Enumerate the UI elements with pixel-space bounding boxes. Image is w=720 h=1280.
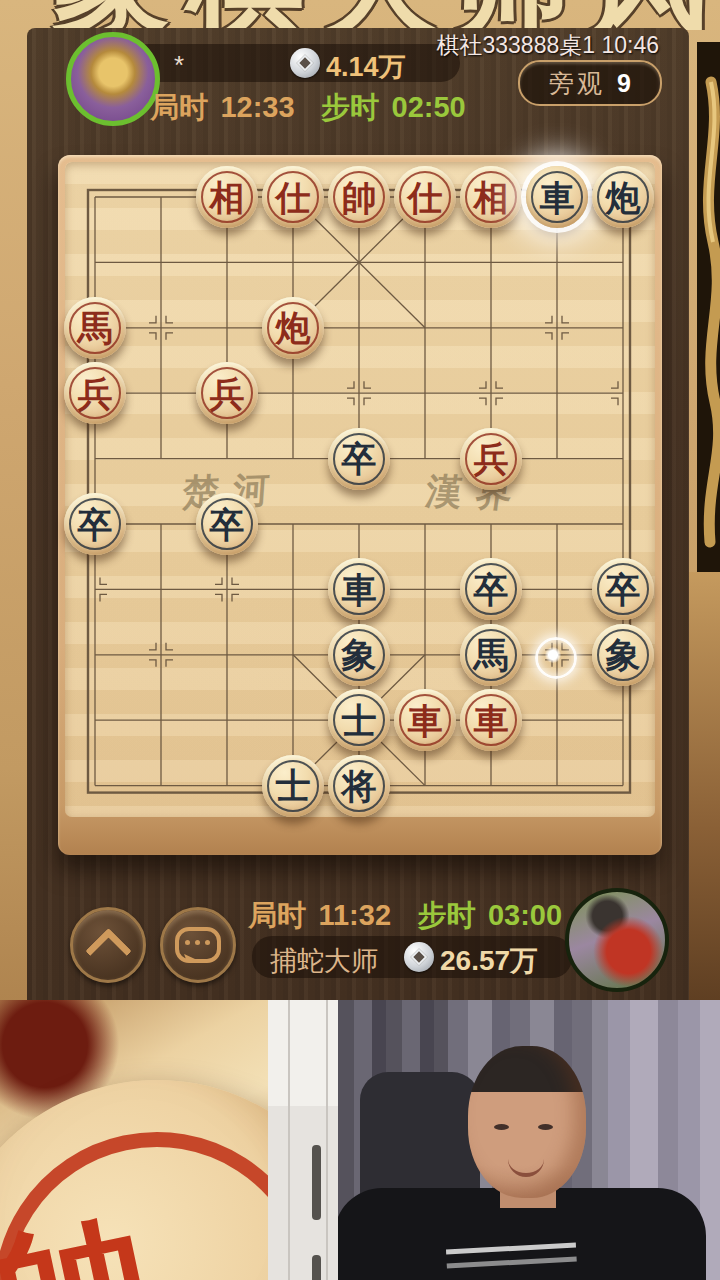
piece-black-卒-r5c2[interactable]: 卒 — [196, 493, 258, 555]
piece-red-馬-r2c0[interactable]: 馬 — [64, 297, 126, 359]
room-info: 棋社333888桌1 10:46 — [437, 30, 660, 61]
piece-red-帥-r0c4[interactable]: 帥 — [328, 166, 390, 228]
bottom-player-info-pill: 捕蛇大师 26.57万 — [252, 936, 572, 978]
piece-black-馬-r7c6[interactable]: 馬 — [460, 624, 522, 686]
bottom-move-time: 03:00 — [488, 899, 562, 931]
piece-black-炮-r0c8[interactable]: 炮 — [592, 166, 654, 228]
top-player-timers: 局时 12:33 步时 02:50 — [150, 88, 466, 128]
bottom-player-timers: 局时 11:32 步时 03:00 — [248, 896, 562, 936]
spectate-count: 9 — [617, 69, 631, 98]
coin-icon — [404, 942, 434, 972]
bottom-game-time-label: 局时 — [248, 899, 306, 931]
chat-button[interactable] — [160, 907, 236, 983]
piece-black-車-r0c7[interactable]: 車 — [526, 166, 588, 228]
top-move-time-label: 步时 — [321, 91, 379, 123]
wardrobe — [268, 1000, 338, 1280]
title-banner: 象棋大师风云榜 — [0, 0, 720, 30]
piece-red-兵-r3c0[interactable]: 兵 — [64, 362, 126, 424]
top-move-time: 02:50 — [392, 91, 466, 123]
bottom-player-coins: 26.57万 — [440, 942, 538, 980]
banner-text: 象棋大师风云榜 — [52, 0, 720, 30]
piece-black-卒-r4c4[interactable]: 卒 — [328, 428, 390, 490]
piece-red-仕-r0c3[interactable]: 仕 — [262, 166, 324, 228]
piece-black-士-r8c4[interactable]: 士 — [328, 689, 390, 751]
piece-red-兵-r3c2[interactable]: 兵 — [196, 362, 258, 424]
piece-red-相-r0c2[interactable]: 相 — [196, 166, 258, 228]
chat-bubble-icon — [175, 927, 221, 963]
spectate-label: 旁观 — [549, 67, 605, 100]
piece-black-車-r6c4[interactable]: 車 — [328, 558, 390, 620]
top-game-time: 12:33 — [220, 91, 294, 123]
piece-black-士-r9c3[interactable]: 士 — [262, 755, 324, 817]
piece-photo: 帥 — [0, 1000, 268, 1280]
game-frame: * 4.14万 局时 12:33 步时 02:50 棋社333888桌1 10:… — [27, 28, 689, 1000]
piece-black-象-r7c4[interactable]: 象 — [328, 624, 390, 686]
top-player-name: * — [174, 50, 184, 81]
gold-dragon-ornament — [697, 42, 720, 572]
piece-black-将-r9c4[interactable]: 将 — [328, 755, 390, 817]
piece-red-炮-r2c3[interactable]: 炮 — [262, 297, 324, 359]
piece-black-卒-r6c6[interactable]: 卒 — [460, 558, 522, 620]
collapse-up-icon — [85, 927, 132, 974]
spectate-button[interactable]: 旁观 9 — [518, 60, 662, 106]
piece-red-兵-r4c6[interactable]: 兵 — [460, 428, 522, 490]
coin-icon — [290, 48, 320, 78]
bottom-player-avatar[interactable] — [565, 888, 669, 992]
bottom-move-time-label: 步时 — [417, 899, 475, 931]
streamer-face — [468, 1046, 586, 1198]
top-player-coins: 4.14万 — [326, 49, 406, 85]
target-cursor — [535, 637, 577, 679]
top-game-time-label: 局时 — [150, 91, 208, 123]
background-ornament-band — [697, 42, 720, 572]
background-right-lower — [688, 572, 720, 1000]
piece-red-車-r8c6[interactable]: 車 — [460, 689, 522, 751]
top-player-info-pill: * 4.14万 — [130, 44, 460, 82]
piece-red-相-r0c6[interactable]: 相 — [460, 166, 522, 228]
bottom-game-time: 11:32 — [318, 899, 391, 931]
screen: 象棋大师风云榜 * 4.14万 局时 12:33 步时 02:50 棋社3338… — [0, 0, 720, 1280]
bottom-player-name: 捕蛇大师 — [270, 943, 378, 979]
menu-button[interactable] — [70, 907, 146, 983]
piece-black-象-r7c8[interactable]: 象 — [592, 624, 654, 686]
top-player-avatar[interactable] — [66, 32, 160, 126]
piece-black-卒-r6c8[interactable]: 卒 — [592, 558, 654, 620]
piece-black-卒-r5c0[interactable]: 卒 — [64, 493, 126, 555]
webcam-video — [268, 1000, 720, 1280]
xiangqi-board[interactable]: 楚河 漢界 相仕帥仕相車炮馬炮兵兵卒兵卒卒車卒卒象馬象士車車士将 — [58, 155, 662, 855]
piece-red-車-r8c5[interactable]: 車 — [394, 689, 456, 751]
piece-red-仕-r0c5[interactable]: 仕 — [394, 166, 456, 228]
